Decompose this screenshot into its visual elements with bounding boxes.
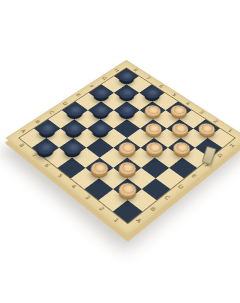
square-e2	[155, 148, 183, 168]
white-checker-b4	[88, 159, 111, 176]
square-e1	[169, 158, 197, 179]
square-d3	[127, 148, 155, 168]
square-a6	[45, 148, 73, 168]
square-a4	[71, 168, 99, 189]
board-tilt-wrapper: 87654321 87654321 HGFEDCBA HGFEDCBA	[5, 60, 240, 236]
square-c4	[100, 148, 128, 168]
square-b1	[128, 189, 157, 211]
white-checker-f2	[170, 140, 193, 157]
checkers-board: 87654321 87654321 HGFEDCBA HGFEDCBA	[5, 60, 240, 236]
square-b3	[99, 168, 127, 189]
white-checker-d4	[116, 140, 139, 157]
square-e3	[141, 138, 168, 158]
square-a1	[113, 200, 142, 223]
white-checker-e3	[143, 140, 166, 157]
square-c3	[113, 158, 141, 179]
black-checker-b6	[61, 140, 84, 157]
white-checker-b2	[115, 180, 139, 198]
square-d4	[113, 138, 140, 158]
square-c5	[86, 138, 113, 158]
square-a5	[58, 158, 86, 179]
edge-labels-right-letters: HGFEDCBA	[129, 139, 240, 229]
square-d1	[156, 168, 184, 189]
square-a2	[99, 189, 128, 211]
square-a7	[32, 138, 59, 158]
black-checker-a7	[34, 140, 57, 157]
square-b6	[59, 138, 86, 158]
square-f2	[168, 138, 195, 158]
square-c1	[142, 178, 171, 200]
square-b2	[113, 178, 142, 200]
square-a3	[85, 178, 114, 200]
edge-labels-near-numbers: 87654321	[13, 139, 127, 229]
square-d2	[141, 158, 169, 179]
square-b5	[72, 148, 100, 168]
square-c2	[127, 168, 155, 189]
square-b4	[85, 158, 113, 179]
white-checker-c3	[116, 159, 139, 176]
